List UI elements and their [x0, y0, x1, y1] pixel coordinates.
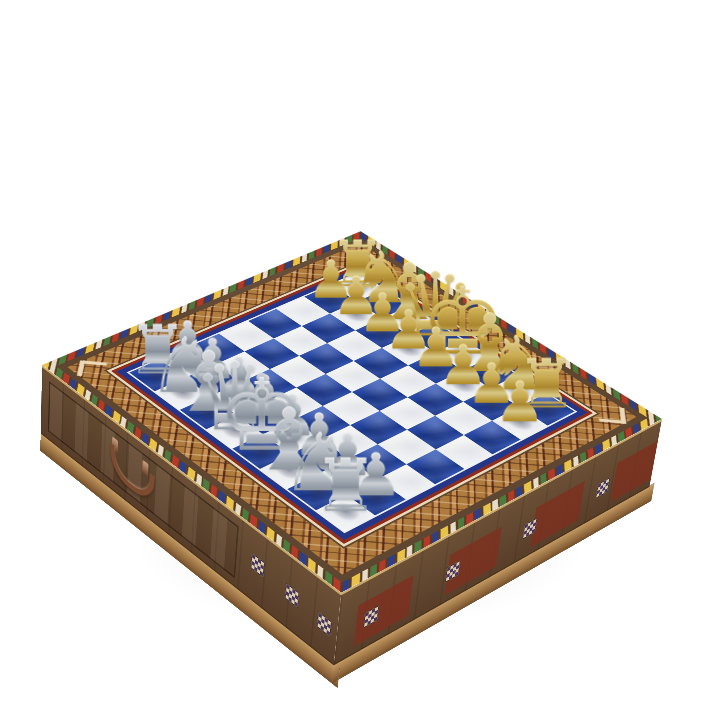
corner-chevron-right: [598, 406, 627, 424]
mosaic-tile: [251, 553, 265, 578]
mosaic-tile: [317, 611, 332, 637]
scene: ♜♞♝♛♚♝♞♜♟♟♟♟♟♟♟♟♟♟♟♟♟♟♟♟♜♞♝♛♚♝♞♜: [0, 0, 720, 720]
corner-chevron-left: [77, 360, 107, 378]
mosaic-tile: [285, 583, 300, 608]
